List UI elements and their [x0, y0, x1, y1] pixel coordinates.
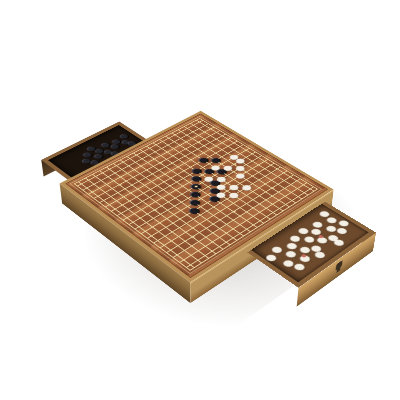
intersection — [195, 187, 208, 195]
intersection — [109, 205, 122, 213]
intersection — [206, 237, 220, 246]
intersection — [246, 196, 259, 204]
intersection — [194, 203, 207, 211]
intersection — [123, 197, 136, 205]
intersection — [279, 192, 292, 200]
intersection — [200, 207, 213, 215]
red-accent-stone — [318, 235, 324, 239]
intersection — [165, 236, 179, 245]
intersection — [206, 220, 219, 229]
intersection — [175, 198, 188, 206]
intersection — [198, 251, 212, 260]
intersection — [178, 237, 192, 246]
intersection — [233, 229, 247, 238]
intersection — [221, 195, 234, 203]
intersection — [180, 219, 193, 228]
intersection — [86, 188, 99, 196]
intersection — [120, 214, 133, 223]
intersection — [259, 188, 272, 196]
intersection: ● — [227, 191, 240, 199]
intersection — [112, 189, 125, 197]
intersection — [173, 223, 186, 232]
intersection — [195, 194, 208, 202]
intersection — [285, 188, 298, 196]
white-stone: ● — [226, 190, 241, 199]
photo-stage: ●●●●●●●●●●●●●●●●●●●●●●●●●● ●●●●●●●●●●●●●… — [0, 0, 400, 400]
intersection — [212, 242, 226, 251]
intersection — [169, 194, 182, 202]
intersection — [130, 193, 143, 201]
intersection — [180, 211, 193, 219]
intersection — [165, 228, 179, 237]
intersection — [146, 223, 159, 232]
tray-stone-white: ● — [291, 261, 307, 272]
black-stone: ● — [207, 186, 222, 195]
intersection — [253, 192, 266, 200]
intersection — [213, 216, 226, 225]
intersection: ● — [187, 207, 200, 215]
intersection — [124, 189, 137, 197]
intersection — [273, 204, 286, 212]
intersection — [145, 231, 159, 240]
tray-stone-white: ● — [283, 249, 299, 260]
intersection — [157, 241, 171, 250]
intersection — [174, 206, 187, 214]
tray-stone-white: ● — [334, 226, 349, 236]
intersection: ● — [188, 190, 201, 198]
tray-stone-black: ● — [85, 145, 97, 152]
red-accent-stone — [300, 254, 306, 258]
intersection — [220, 203, 233, 211]
intersection — [240, 208, 253, 216]
intersection — [142, 201, 155, 209]
intersection — [205, 246, 219, 255]
intersection — [214, 199, 227, 207]
intersection — [176, 190, 189, 198]
intersection: ● — [214, 191, 227, 199]
intersection — [158, 232, 172, 241]
tray-stone-black: ● — [80, 157, 92, 164]
intersection — [192, 237, 206, 246]
intersection — [247, 221, 260, 230]
intersection — [227, 207, 240, 215]
intersection — [191, 255, 205, 265]
intersection — [199, 242, 213, 251]
intersection — [304, 185, 317, 193]
intersection — [166, 219, 179, 228]
tray-stone-white: ● — [280, 258, 296, 269]
intersection — [141, 210, 154, 218]
tray-stone-black: ● — [93, 147, 105, 154]
tray-stone-white: ● — [314, 235, 330, 245]
intersection — [185, 232, 199, 241]
intersection — [156, 194, 169, 202]
intersection — [160, 214, 173, 223]
intersection — [178, 246, 192, 255]
intersection — [213, 224, 226, 233]
tray-stone-black: ● — [110, 138, 122, 145]
intersection — [116, 201, 129, 209]
tray-stone-white: ● — [295, 226, 310, 236]
tray-stone-white: ● — [297, 253, 313, 264]
intersection — [200, 215, 213, 224]
intersection — [140, 218, 153, 227]
intersection — [226, 233, 240, 242]
intersection — [171, 241, 185, 250]
intersection — [200, 224, 213, 233]
intersection — [213, 233, 227, 242]
intersection — [177, 255, 191, 265]
intersection — [151, 236, 165, 245]
perspective-scene: ●●●●●●●●●●●●●●●●●●●●●●●●●● ●●●●●●●●●●●●●… — [0, 0, 400, 400]
intersection — [227, 199, 240, 207]
intersection — [298, 189, 311, 197]
intersection — [134, 214, 147, 223]
tray-stone-white: ● — [310, 220, 325, 230]
intersection — [247, 204, 260, 212]
go-board: ●●●●●●●●●●●●●●●●●●●●●●●●●● ●●●●●●●●●●●●●… — [60, 111, 334, 283]
tray-stone-white: ● — [297, 244, 313, 255]
intersection — [220, 229, 234, 238]
intersection — [138, 227, 151, 236]
intersection — [187, 215, 200, 224]
intersection — [272, 188, 285, 196]
intersection — [233, 203, 246, 211]
tray-stone-white: ● — [287, 233, 302, 243]
intersection — [144, 185, 157, 193]
intersection — [285, 196, 298, 204]
intersection — [292, 193, 305, 201]
intersection — [214, 207, 227, 215]
intersection — [184, 251, 198, 260]
intersection — [155, 202, 168, 210]
tray-stone-white: ● — [324, 224, 339, 234]
intersection — [117, 193, 130, 201]
intersection — [170, 186, 183, 194]
intersection — [233, 195, 246, 203]
intersection — [185, 241, 199, 250]
tray-stone-white: ● — [325, 233, 341, 243]
intersection — [233, 220, 246, 229]
intersection — [136, 197, 149, 205]
intersection — [206, 228, 220, 237]
intersection — [266, 208, 279, 216]
tray-stone-white: ● — [317, 209, 332, 219]
tray-stone-white: ● — [269, 244, 285, 255]
intersection — [240, 191, 253, 199]
intersection — [135, 205, 148, 213]
intersection — [221, 187, 234, 195]
intersection — [201, 199, 214, 207]
intersection — [103, 201, 116, 209]
intersection: ● — [188, 198, 201, 206]
tray-stone-black: ● — [109, 143, 121, 150]
intersection — [114, 209, 127, 217]
intersection — [179, 228, 193, 237]
tray-stone-white: ● — [284, 241, 300, 251]
intersection — [122, 205, 135, 213]
intersection — [104, 193, 117, 201]
intersection — [266, 200, 279, 208]
intersection — [186, 224, 199, 233]
intersection — [99, 188, 112, 196]
intersection — [234, 187, 247, 195]
intersection — [207, 211, 220, 220]
intersection — [152, 227, 166, 236]
tray-stone-white: ● — [301, 234, 316, 244]
intersection — [227, 216, 240, 225]
intersection — [226, 225, 239, 234]
intersection — [199, 233, 213, 242]
intersection — [148, 206, 161, 214]
intersection — [260, 204, 273, 212]
black-stone: ● — [206, 194, 221, 203]
intersection: ● — [208, 187, 221, 195]
intersection — [143, 193, 156, 201]
intersection — [183, 260, 197, 270]
intersection — [272, 196, 285, 204]
intersection — [132, 222, 145, 231]
intersection — [137, 189, 150, 197]
intersection — [240, 216, 253, 225]
intersection — [167, 210, 180, 218]
intersection — [220, 220, 233, 229]
drawer-latch — [336, 260, 343, 271]
intersection — [172, 232, 186, 241]
intersection — [259, 196, 272, 204]
white-stone: ● — [213, 190, 228, 199]
intersection — [92, 192, 105, 200]
intersection — [150, 190, 163, 198]
intersection: ● — [208, 195, 221, 203]
intersection — [170, 250, 184, 259]
tray-stone-black: ● — [92, 153, 104, 160]
intersection — [128, 209, 141, 217]
tray-stone-white: ● — [324, 215, 339, 225]
black-stone: ● — [187, 190, 202, 199]
intersection — [181, 202, 194, 210]
tray-stone-black: ● — [120, 139, 132, 146]
intersection — [207, 203, 220, 211]
black-stone: ● — [187, 198, 202, 207]
intersection — [266, 192, 279, 200]
tray-stone-black: ● — [118, 133, 130, 140]
intersection — [191, 246, 205, 255]
tray-stone-white: ● — [308, 227, 323, 237]
tray-stone-white: ● — [331, 238, 347, 248]
intersection — [240, 225, 253, 234]
intersection — [159, 223, 172, 232]
intersection — [126, 218, 139, 227]
intersection — [219, 238, 233, 247]
black-stone: ● — [186, 206, 201, 216]
intersection — [157, 186, 170, 194]
intersection — [240, 200, 253, 208]
intersection — [153, 219, 166, 228]
intersection — [253, 216, 266, 225]
intersection — [154, 210, 167, 218]
intersection — [173, 215, 186, 224]
intersection — [147, 214, 160, 223]
intersection — [260, 212, 273, 221]
intersection — [162, 198, 175, 206]
intersection — [97, 196, 110, 204]
tray-stone-black: ● — [99, 141, 111, 148]
intersection — [233, 212, 246, 221]
tray-stone-black: ● — [81, 151, 93, 158]
tray-stone-white: ● — [312, 249, 328, 260]
intersection — [149, 198, 162, 206]
intersection — [168, 202, 181, 210]
intersection — [164, 245, 178, 254]
intersection — [182, 186, 195, 194]
intersection — [193, 219, 206, 228]
intersection — [110, 197, 123, 205]
intersection — [129, 201, 142, 209]
intersection — [201, 191, 214, 199]
intersection — [246, 188, 259, 196]
tray-stone-white: ● — [336, 218, 351, 228]
intersection — [161, 206, 174, 214]
intersection — [253, 200, 266, 208]
intersection — [253, 208, 266, 216]
tray-stone-white: ● — [308, 243, 324, 253]
intersection — [193, 228, 207, 237]
tray-stone-white: ● — [263, 252, 279, 263]
intersection — [220, 212, 233, 221]
intersection — [194, 211, 207, 219]
intersection — [279, 200, 292, 208]
intersection — [163, 190, 176, 198]
intersection — [182, 194, 195, 202]
intersection — [247, 212, 260, 221]
